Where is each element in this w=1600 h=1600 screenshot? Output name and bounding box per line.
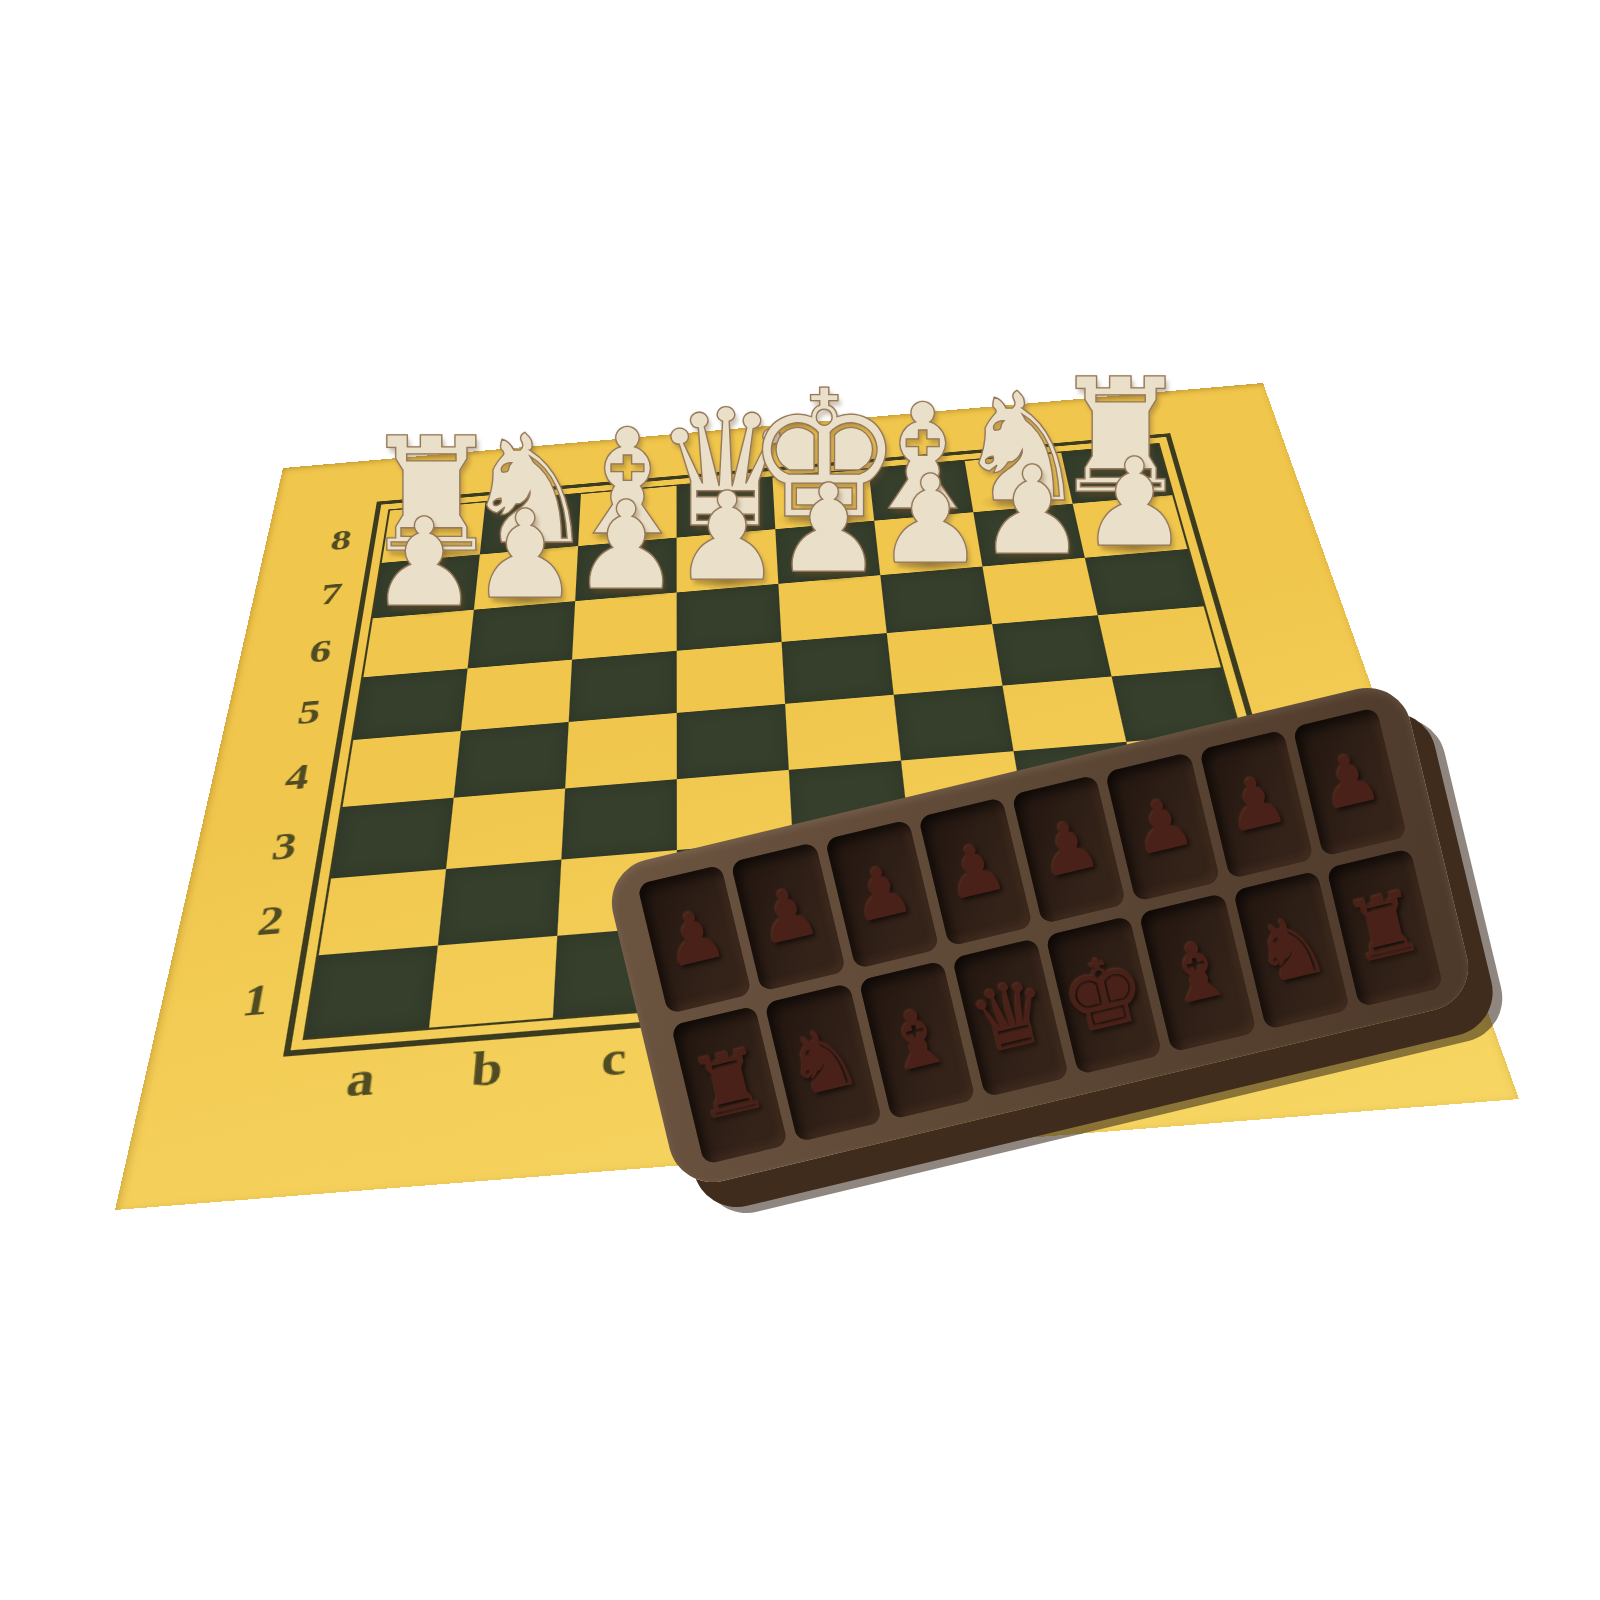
square-d5[interactable] bbox=[677, 642, 785, 713]
piece-ivory-pawn-c7[interactable]: ♟ bbox=[571, 485, 680, 607]
rank-label-5: 5 bbox=[280, 690, 339, 735]
square-f4[interactable] bbox=[894, 686, 1014, 761]
square-c5[interactable] bbox=[569, 651, 677, 722]
rank-label-8: 8 bbox=[315, 521, 368, 559]
piece-ivory-pawn-g7[interactable]: ♟ bbox=[978, 450, 1087, 572]
square-a5[interactable] bbox=[353, 668, 467, 740]
piece-dark-knight[interactable]: ♞ bbox=[1246, 902, 1337, 999]
square-b4[interactable] bbox=[454, 722, 569, 798]
tray-slot-back-6-pawn[interactable]: ♟ bbox=[1105, 752, 1220, 901]
piece-dark-king[interactable]: ♚ bbox=[1052, 940, 1156, 1051]
rank-label-3: 3 bbox=[253, 821, 316, 872]
square-f5[interactable] bbox=[887, 624, 1003, 695]
square-b3[interactable] bbox=[446, 788, 565, 869]
piece-dark-bishop[interactable]: ♝ bbox=[1154, 927, 1240, 1019]
square-e4[interactable] bbox=[785, 695, 901, 770]
piece-ivory-pawn-a7[interactable]: ♟ bbox=[370, 502, 479, 624]
square-b1[interactable] bbox=[429, 936, 557, 1028]
piece-dark-pawn[interactable]: ♟ bbox=[938, 832, 1013, 912]
piece-dark-knight[interactable]: ♞ bbox=[778, 1014, 869, 1111]
piece-ivory-pawn-b7[interactable]: ♟ bbox=[470, 494, 579, 616]
rank-label-2: 2 bbox=[238, 894, 304, 948]
piece-ivory-pawn-h7[interactable]: ♟ bbox=[1080, 442, 1189, 564]
tray-slot-back-5-pawn[interactable]: ♟ bbox=[1011, 775, 1126, 924]
scene: 87654321 abcdefgh ♜♞♝♛♚♝♞♜♟♟♟♟♟♟♟♟ ♟♟♟♟♟… bbox=[0, 0, 1600, 1600]
file-label-c: c bbox=[582, 1028, 645, 1090]
tray-slot-back-3-pawn[interactable]: ♟ bbox=[824, 820, 939, 969]
piece-dark-pawn[interactable]: ♟ bbox=[1312, 742, 1387, 822]
piece-dark-bishop[interactable]: ♝ bbox=[874, 994, 960, 1086]
piece-ivory-pawn-f7[interactable]: ♟ bbox=[876, 459, 985, 581]
square-a4[interactable] bbox=[343, 731, 461, 807]
piece-dark-pawn[interactable]: ♟ bbox=[1031, 809, 1106, 889]
square-e5[interactable] bbox=[782, 633, 894, 704]
square-h5[interactable] bbox=[1098, 606, 1221, 676]
square-g4[interactable] bbox=[1002, 676, 1126, 751]
piece-dark-pawn[interactable]: ♟ bbox=[1219, 764, 1294, 844]
square-c3[interactable] bbox=[561, 779, 677, 859]
square-a1[interactable] bbox=[306, 946, 438, 1038]
rank-label-4: 4 bbox=[267, 753, 328, 801]
tray-slot-back-1-pawn[interactable]: ♟ bbox=[637, 865, 752, 1014]
rank-label-6: 6 bbox=[292, 630, 349, 672]
piece-dark-queen[interactable]: ♛ bbox=[962, 966, 1059, 1070]
square-a3[interactable] bbox=[331, 798, 454, 879]
square-b5[interactable] bbox=[461, 660, 572, 731]
piece-dark-rook[interactable]: ♜ bbox=[683, 1035, 776, 1134]
piece-dark-pawn[interactable]: ♟ bbox=[751, 876, 826, 956]
file-label-b: b bbox=[454, 1038, 520, 1100]
piece-dark-rook[interactable]: ♜ bbox=[1338, 878, 1431, 977]
square-d4[interactable] bbox=[677, 704, 789, 779]
rank-label-7: 7 bbox=[304, 574, 359, 614]
piece-ivory-pawn-e7[interactable]: ♟ bbox=[774, 468, 883, 590]
square-c4[interactable] bbox=[565, 713, 677, 789]
piece-dark-pawn[interactable]: ♟ bbox=[1125, 787, 1200, 867]
tray-slot-back-7-pawn[interactable]: ♟ bbox=[1199, 730, 1314, 879]
square-a2[interactable] bbox=[319, 869, 446, 955]
tray-slot-back-8-pawn[interactable]: ♟ bbox=[1292, 707, 1407, 856]
file-label-a: a bbox=[326, 1048, 395, 1110]
square-b2[interactable] bbox=[438, 860, 561, 946]
tray-slot-back-2-pawn[interactable]: ♟ bbox=[731, 842, 846, 991]
tray-slot-back-4-pawn[interactable]: ♟ bbox=[918, 797, 1033, 946]
piece-dark-pawn[interactable]: ♟ bbox=[844, 854, 919, 934]
piece-dark-pawn[interactable]: ♟ bbox=[657, 899, 732, 979]
square-g5[interactable] bbox=[992, 615, 1111, 685]
piece-ivory-pawn-d7[interactable]: ♟ bbox=[673, 476, 782, 598]
rank-label-1: 1 bbox=[222, 971, 290, 1029]
